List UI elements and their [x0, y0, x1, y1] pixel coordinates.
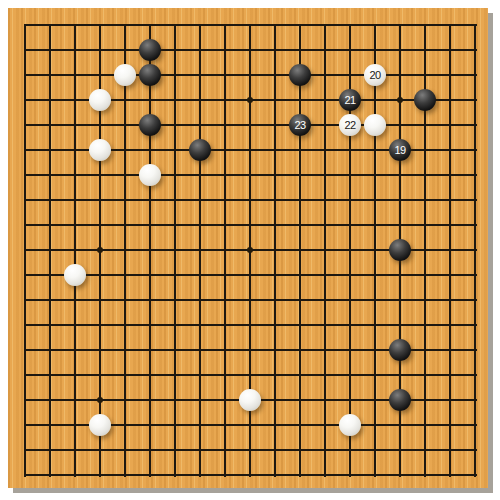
- white-stone: [114, 64, 136, 86]
- star-point: [247, 247, 253, 253]
- star-point: [97, 247, 103, 253]
- grid-line-vertical: [299, 24, 301, 477]
- white-stone: [139, 164, 161, 186]
- star-point: [247, 97, 253, 103]
- grid-line-horizontal: [24, 274, 477, 276]
- go-board[interactable]: 2021232219: [8, 8, 488, 488]
- white-stone: [89, 414, 111, 436]
- move-number-label: 20: [369, 70, 380, 81]
- grid-line-vertical: [449, 24, 451, 477]
- move-number-label: 22: [344, 120, 355, 131]
- grid-line-horizontal: [24, 449, 477, 451]
- black-stone: [139, 39, 161, 61]
- grid-line-horizontal: [24, 299, 477, 301]
- white-stone: [339, 414, 361, 436]
- white-stone: [64, 264, 86, 286]
- grid-line-horizontal: [24, 324, 477, 326]
- black-stone: [139, 64, 161, 86]
- grid-line-vertical: [324, 24, 326, 477]
- grid-line-vertical: [374, 24, 376, 477]
- black-stone: [389, 339, 411, 361]
- black-stone: [189, 139, 211, 161]
- white-stone: [239, 389, 261, 411]
- grid-line-horizontal: [24, 474, 477, 476]
- star-point: [97, 397, 103, 403]
- move-number-label: 23: [294, 120, 305, 131]
- go-diagram-page: 2021232219: [0, 0, 500, 500]
- black-stone-move-23: 23: [289, 114, 311, 136]
- white-stone-move-22: 22: [339, 114, 361, 136]
- black-stone: [389, 389, 411, 411]
- black-stone: [139, 114, 161, 136]
- move-number-label: 19: [394, 145, 405, 156]
- grid-line-horizontal: [24, 374, 477, 376]
- white-stone: [89, 89, 111, 111]
- white-stone: [364, 114, 386, 136]
- move-number-label: 21: [344, 95, 355, 106]
- black-stone-move-19: 19: [389, 139, 411, 161]
- grid-line-vertical: [474, 24, 476, 477]
- black-stone: [389, 239, 411, 261]
- white-stone: [89, 139, 111, 161]
- black-stone: [289, 64, 311, 86]
- white-stone-move-20: 20: [364, 64, 386, 86]
- black-stone-move-21: 21: [339, 89, 361, 111]
- grid-line-vertical: [274, 24, 276, 477]
- black-stone: [414, 89, 436, 111]
- star-point: [397, 97, 403, 103]
